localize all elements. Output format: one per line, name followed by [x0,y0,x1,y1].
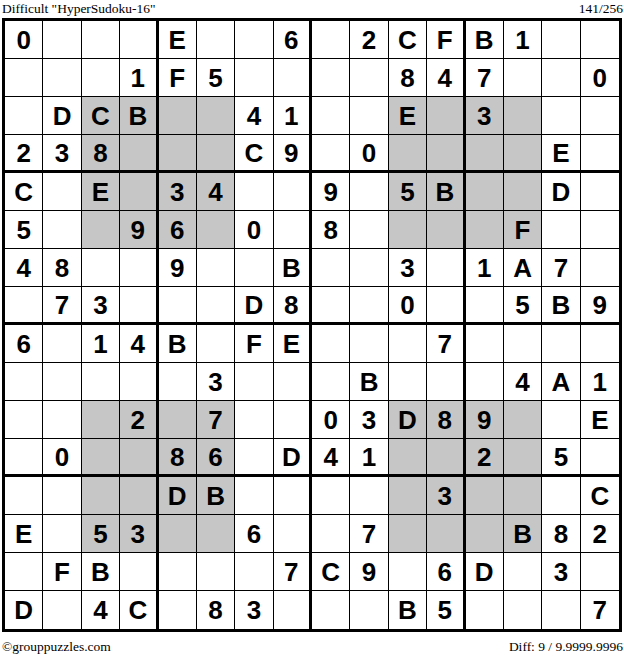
cell-r8c15: B [542,287,580,325]
cell-r15c15: 3 [542,553,580,591]
cell-r11c9: 0 [312,401,350,439]
cell-r7c10 [350,249,388,287]
cell-r14c4: 3 [120,515,158,553]
cell-r7c15: 7 [542,249,580,287]
cell-r11c11: D [389,401,427,439]
cell-r3c4: B [120,97,158,135]
cell-r4c1: 2 [5,135,43,173]
cell-r3c10 [350,97,388,135]
cell-r8c11: 0 [389,287,427,325]
cell-r11c8 [274,401,312,439]
cell-r11c3 [82,401,120,439]
cell-r10c2 [43,363,81,401]
cell-r7c16 [581,249,619,287]
cell-r15c13: D [466,553,504,591]
cell-r14c7: 6 [235,515,273,553]
cell-r9c12: 7 [427,325,465,363]
cell-r4c14 [504,135,542,173]
cell-r14c3: 5 [82,515,120,553]
cell-r2c6: 5 [197,59,235,97]
cell-r11c5 [159,401,197,439]
cell-r14c1: E [5,515,43,553]
cell-r1c4 [120,21,158,59]
cell-r11c6: 7 [197,401,235,439]
cell-r9c10 [350,325,388,363]
cell-r10c1 [5,363,43,401]
cell-r11c4: 2 [120,401,158,439]
cell-r12c3 [82,439,120,477]
cell-r6c9: 8 [312,211,350,249]
cell-r4c13 [466,135,504,173]
cell-r15c6 [197,553,235,591]
cell-r16c12: 5 [427,591,465,629]
cell-r6c3 [82,211,120,249]
cell-r1c7 [235,21,273,59]
cell-r2c4: 1 [120,59,158,97]
cell-r14c2 [43,515,81,553]
cell-r13c13 [466,477,504,515]
cell-r11c12: 8 [427,401,465,439]
sudoku-board: 0E62CFB11F58470DCB41E3238C90ECE3495BD596… [2,18,622,632]
cell-r6c11 [389,211,427,249]
cell-r1c9 [312,21,350,59]
cell-r13c2 [43,477,81,515]
cell-r3c5 [159,97,197,135]
cell-r3c13: 3 [466,97,504,135]
cell-r11c1 [5,401,43,439]
cell-r4c10: 0 [350,135,388,173]
cell-r2c3 [82,59,120,97]
cell-r13c5: D [159,477,197,515]
cell-r15c10: 9 [350,553,388,591]
cell-r10c12 [427,363,465,401]
cell-r10c10: B [350,363,388,401]
cell-r16c5 [159,591,197,629]
cell-r16c6: 8 [197,591,235,629]
cell-r1c11: C [389,21,427,59]
cell-r16c9 [312,591,350,629]
cell-r7c6 [197,249,235,287]
cell-r15c4 [120,553,158,591]
cell-r16c4: C [120,591,158,629]
cell-r10c3 [82,363,120,401]
cell-r8c13 [466,287,504,325]
cell-r12c8: D [274,439,312,477]
puzzle-number: 141/256 [579,1,623,16]
cell-r6c1: 5 [5,211,43,249]
cell-r9c3: 1 [82,325,120,363]
cell-r7c8: B [274,249,312,287]
cell-r4c4 [120,135,158,173]
cell-r1c2 [43,21,81,59]
cell-r9c4: 4 [120,325,158,363]
cell-r3c11: E [389,97,427,135]
cell-r15c16 [581,553,619,591]
cell-r2c1 [5,59,43,97]
cell-r13c11 [389,477,427,515]
cell-r16c16: 7 [581,591,619,629]
cell-r10c14: 4 [504,363,542,401]
cell-r1c14: 1 [504,21,542,59]
cell-r4c7: C [235,135,273,173]
difficulty-text: Diff: 9 / 9.9999.9996 [509,639,623,654]
cell-r1c16 [581,21,619,59]
cell-r8c6 [197,287,235,325]
cell-r14c5 [159,515,197,553]
cell-r13c12: 3 [427,477,465,515]
cell-r14c16: 2 [581,515,619,553]
cell-r6c14: F [504,211,542,249]
cell-r1c10: 2 [350,21,388,59]
cell-r10c6: 3 [197,363,235,401]
cell-r16c7: 3 [235,591,273,629]
cell-r4c5 [159,135,197,173]
cell-r5c4 [120,173,158,211]
cell-r7c2: 8 [43,249,81,287]
cell-r13c16: C [581,477,619,515]
cell-r11c2 [43,401,81,439]
cell-r3c16 [581,97,619,135]
cell-r1c15 [542,21,580,59]
cell-r13c6: B [197,477,235,515]
cell-r12c15: 5 [542,439,580,477]
cell-r14c11 [389,515,427,553]
cell-r11c10: 3 [350,401,388,439]
cell-r14c15: 8 [542,515,580,553]
cell-r16c2 [43,591,81,629]
cell-r5c2 [43,173,81,211]
cell-r7c11: 3 [389,249,427,287]
cell-r9c7: F [235,325,273,363]
cell-r4c8: 9 [274,135,312,173]
cell-r10c5 [159,363,197,401]
cell-r10c8 [274,363,312,401]
cell-r1c13: B [466,21,504,59]
cell-r3c14 [504,97,542,135]
cell-r3c9 [312,97,350,135]
cell-r14c10: 7 [350,515,388,553]
header: Difficult "HyperSudoku-16" 141/256 [0,0,624,18]
cell-r3c3: C [82,97,120,135]
cell-r8c9 [312,287,350,325]
cell-r2c16: 0 [581,59,619,97]
cell-r14c9 [312,515,350,553]
cell-r12c9: 4 [312,439,350,477]
cell-r8c4 [120,287,158,325]
cell-r8c7: D [235,287,273,325]
cell-r13c9 [312,477,350,515]
cell-r3c2: D [43,97,81,135]
cell-r16c1: D [5,591,43,629]
cell-r15c1 [5,553,43,591]
cell-r8c16: 9 [581,287,619,325]
cell-r6c13 [466,211,504,249]
cell-r16c15 [542,591,580,629]
cell-r9c16 [581,325,619,363]
cell-r6c10 [350,211,388,249]
cell-r4c16 [581,135,619,173]
cell-r5c12: B [427,173,465,211]
puzzle-page: Difficult "HyperSudoku-16" 141/256 0E62C… [0,0,624,658]
cell-r15c9: C [312,553,350,591]
cell-r9c13 [466,325,504,363]
cell-r13c10 [350,477,388,515]
cell-r2c11: 8 [389,59,427,97]
cell-r15c2: F [43,553,81,591]
cell-r14c6 [197,515,235,553]
cell-r16c10 [350,591,388,629]
cell-r5c6: 4 [197,173,235,211]
cell-r5c10 [350,173,388,211]
cell-r4c9 [312,135,350,173]
cell-r6c6 [197,211,235,249]
cell-r13c1 [5,477,43,515]
cell-r3c15 [542,97,580,135]
cell-r6c2 [43,211,81,249]
cell-r10c13 [466,363,504,401]
cell-r11c7 [235,401,273,439]
cell-r10c16: 1 [581,363,619,401]
cell-r9c1: 6 [5,325,43,363]
cell-r15c7 [235,553,273,591]
cell-r5c16 [581,173,619,211]
cell-r2c2 [43,59,81,97]
cell-r1c12: F [427,21,465,59]
cell-r8c3: 3 [82,287,120,325]
cell-r4c12 [427,135,465,173]
cell-r11c15 [542,401,580,439]
cell-r8c14: 5 [504,287,542,325]
cell-r1c6 [197,21,235,59]
cell-r7c4 [120,249,158,287]
footer: ©grouppuzzles.com Diff: 9 / 9.9999.9996 [0,632,624,654]
cell-r10c4 [120,363,158,401]
cell-r12c7 [235,439,273,477]
cell-r14c8 [274,515,312,553]
cell-r11c16: E [581,401,619,439]
cell-r8c1 [5,287,43,325]
cell-r1c1: 0 [5,21,43,59]
cell-r5c8 [274,173,312,211]
cell-r11c14 [504,401,542,439]
cell-r5c15: D [542,173,580,211]
cell-r2c9 [312,59,350,97]
cell-r8c5 [159,287,197,325]
cell-r5c5: 3 [159,173,197,211]
cell-r12c6: 6 [197,439,235,477]
cell-r12c4 [120,439,158,477]
cell-r12c16 [581,439,619,477]
cell-r9c5: B [159,325,197,363]
cell-r7c1: 4 [5,249,43,287]
cell-r14c13 [466,515,504,553]
cell-r15c11 [389,553,427,591]
cell-r1c3 [82,21,120,59]
cell-r7c9 [312,249,350,287]
puzzle-title: Difficult "HyperSudoku-16" [2,1,156,16]
cell-r10c9 [312,363,350,401]
cell-r15c14 [504,553,542,591]
cell-r9c2 [43,325,81,363]
copyright-text: ©grouppuzzles.com [2,639,111,654]
cell-r12c1 [5,439,43,477]
cell-r7c5: 9 [159,249,197,287]
cell-r13c14 [504,477,542,515]
cell-r15c5 [159,553,197,591]
cell-r11c13: 9 [466,401,504,439]
cell-r7c7 [235,249,273,287]
cell-r12c14 [504,439,542,477]
cell-r2c5: F [159,59,197,97]
cell-r13c3 [82,477,120,515]
cell-r7c14: A [504,249,542,287]
cell-r10c15: A [542,363,580,401]
cell-r6c12 [427,211,465,249]
cell-r6c4: 9 [120,211,158,249]
cell-r10c11 [389,363,427,401]
cell-r12c12 [427,439,465,477]
cell-r9c9 [312,325,350,363]
cell-r6c8 [274,211,312,249]
cell-r14c12 [427,515,465,553]
cell-r16c3: 4 [82,591,120,629]
cell-r12c13: 2 [466,439,504,477]
cell-r8c12 [427,287,465,325]
cell-r8c2: 7 [43,287,81,325]
cell-r7c3 [82,249,120,287]
cell-r5c14 [504,173,542,211]
cell-r9c6 [197,325,235,363]
cell-r8c10 [350,287,388,325]
cell-r14c14: B [504,515,542,553]
cell-r1c5: E [159,21,197,59]
cell-r16c14 [504,591,542,629]
cell-r13c15 [542,477,580,515]
cell-r5c13 [466,173,504,211]
cell-r12c5: 8 [159,439,197,477]
cell-r10c7 [235,363,273,401]
cell-r6c15 [542,211,580,249]
cell-r5c1: C [5,173,43,211]
cell-r15c8: 7 [274,553,312,591]
cell-r7c12 [427,249,465,287]
cell-r6c7: 0 [235,211,273,249]
cell-r3c7: 4 [235,97,273,135]
cell-r16c11: B [389,591,427,629]
cell-r2c13: 7 [466,59,504,97]
cell-r1c8: 6 [274,21,312,59]
cell-r5c7 [235,173,273,211]
cell-r3c8: 1 [274,97,312,135]
cell-r12c11 [389,439,427,477]
cell-r2c8 [274,59,312,97]
cell-r6c16 [581,211,619,249]
cell-r3c12 [427,97,465,135]
cell-r2c14 [504,59,542,97]
cell-r13c7 [235,477,273,515]
cell-r4c2: 3 [43,135,81,173]
cell-r12c10: 1 [350,439,388,477]
cell-r6c5: 6 [159,211,197,249]
cell-r2c7 [235,59,273,97]
cell-r9c15 [542,325,580,363]
cell-r5c11: 5 [389,173,427,211]
cell-r12c2: 0 [43,439,81,477]
cell-r16c8 [274,591,312,629]
cell-r2c12: 4 [427,59,465,97]
cell-r7c13: 1 [466,249,504,287]
cell-r4c15: E [542,135,580,173]
cell-r13c4 [120,477,158,515]
cell-r16c13 [466,591,504,629]
cell-r2c15 [542,59,580,97]
cell-r3c6 [197,97,235,135]
cell-r2c10 [350,59,388,97]
cell-r5c9: 9 [312,173,350,211]
cell-r4c11 [389,135,427,173]
cell-r9c14 [504,325,542,363]
cell-r15c12: 6 [427,553,465,591]
cell-r9c8: E [274,325,312,363]
cell-r3c1 [5,97,43,135]
cell-r15c3: B [82,553,120,591]
cell-r4c6 [197,135,235,173]
cell-r4c3: 8 [82,135,120,173]
cell-r5c3: E [82,173,120,211]
cell-r9c11 [389,325,427,363]
cell-r8c8: 8 [274,287,312,325]
cell-r13c8 [274,477,312,515]
